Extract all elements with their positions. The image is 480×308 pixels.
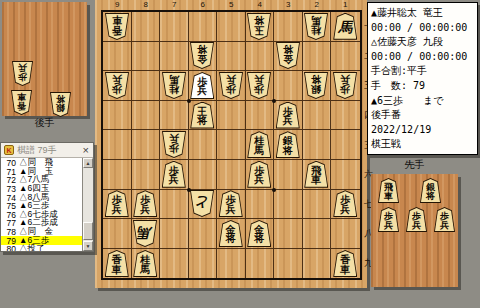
square-1-7[interactable]: 歩兵 (331, 190, 360, 220)
square-1-9[interactable]: 香車 (331, 249, 360, 279)
piece-pawn[interactable]: 歩兵 (276, 102, 300, 129)
piece-face: 桂馬 (248, 132, 270, 157)
square-8-1[interactable] (132, 12, 161, 42)
move-row-80[interactable]: 80△投了 (1, 245, 82, 251)
square-5-4[interactable] (217, 101, 246, 131)
scroll-down-icon[interactable]: ▼ (83, 241, 93, 251)
square-7-3[interactable]: 桂馬 (160, 71, 189, 101)
square-1-8[interactable] (331, 219, 360, 249)
square-7-8[interactable] (160, 219, 189, 249)
piece-face: 香車 (12, 91, 31, 114)
square-7-9[interactable] (160, 249, 189, 279)
piece-face: 歩兵 (334, 73, 356, 98)
piece-pawn[interactable]: 歩兵 (105, 72, 129, 99)
piece-pawn[interactable]: 歩兵 (219, 190, 243, 217)
file-label: 5 (217, 0, 246, 9)
piece-face: 金将 (248, 221, 270, 246)
close-icon[interactable]: × (83, 145, 89, 156)
info-gote-time: 00:00 / 00:00:00 (371, 50, 477, 65)
piece-pawn[interactable]: 歩兵 (105, 190, 129, 217)
piece-face: 桂馬 (305, 14, 327, 39)
square-9-2[interactable] (103, 42, 132, 72)
file-label: 3 (274, 0, 303, 9)
piece-face: 歩兵 (248, 73, 270, 98)
piece-face: 歩兵 (13, 62, 32, 85)
move-list: 70△同 飛71▲同 玉72△7八馬73▲6四玉74△8八馬75▲6三歩76△6… (1, 158, 82, 251)
square-2-4[interactable] (303, 101, 332, 131)
piece-face: 銀将 (305, 73, 327, 98)
piece-face: 銀将 (277, 132, 299, 157)
kifu-title: 棋譜 79手 (17, 144, 80, 157)
piece-silver[interactable]: 銀将 (304, 72, 328, 99)
piece-lance[interactable]: 香車 (11, 90, 32, 115)
piece-face: 金将 (277, 43, 299, 68)
square-4-9[interactable] (246, 249, 275, 279)
piece-face: 歩兵 (163, 132, 185, 157)
piece-face: 歩兵 (163, 162, 185, 187)
piece-face: 歩兵 (191, 73, 213, 98)
info-handicap: 手合割:平手 (371, 64, 477, 79)
square-9-4[interactable] (103, 101, 132, 131)
hoshi-point (187, 188, 191, 192)
piece-pawn[interactable]: 歩兵 (333, 72, 357, 99)
piece-pawn[interactable]: 歩兵 (247, 161, 271, 188)
square-1-2[interactable] (331, 42, 360, 72)
piece-lance[interactable]: 香車 (105, 250, 129, 277)
piece-silver[interactable]: 銀将 (50, 92, 71, 117)
piece-silver[interactable]: 銀将 (420, 178, 441, 203)
piece-lance[interactable]: 香車 (105, 13, 129, 40)
square-4-6[interactable]: 歩兵 (246, 160, 275, 190)
square-4-3[interactable]: 歩兵 (246, 71, 275, 101)
square-5-6[interactable] (217, 160, 246, 190)
square-1-3[interactable]: 歩兵 (331, 71, 360, 101)
square-8-4[interactable] (132, 101, 161, 131)
piece-promoted-bishop[interactable]: 馬 (333, 13, 357, 40)
square-8-5[interactable] (132, 130, 161, 160)
piece-face: 歩兵 (248, 162, 270, 187)
square-6-9[interactable] (189, 249, 218, 279)
square-2-7[interactable] (303, 190, 332, 220)
app-window: { "game": "shogi", "app_title": "棋譜 79手"… (0, 0, 480, 308)
piece-rook[interactable]: 飛車 (378, 178, 399, 203)
info-turn: 後手番 (371, 108, 477, 123)
piece-gold[interactable]: 金将 (219, 220, 243, 247)
piece-face: 香車 (106, 251, 128, 276)
hoshi-point (272, 99, 276, 103)
info-sente-time: 00:00 / 00:00:00 (371, 21, 477, 36)
square-4-2[interactable] (246, 42, 275, 72)
board-grid: 香車玉将桂馬馬金将金将歩兵桂馬歩兵歩兵歩兵銀将歩兵王将歩兵歩兵桂馬銀将歩兵歩兵飛… (101, 10, 362, 280)
square-6-5[interactable] (189, 130, 218, 160)
piece-knight[interactable]: 桂馬 (304, 13, 328, 40)
file-label: 1 (331, 0, 360, 9)
piece-face: 金将 (191, 43, 213, 68)
piece-king[interactable]: 玉将 (247, 13, 271, 40)
piece-face: と (191, 191, 213, 216)
square-5-5[interactable] (217, 130, 246, 160)
piece-promoted-bishop[interactable]: 馬 (133, 220, 157, 247)
square-6-4[interactable]: 王将 (189, 101, 218, 131)
info-gote-player: △佐藤天彦 九段 (371, 35, 477, 50)
piece-face: 銀将 (421, 179, 440, 202)
square-7-4[interactable] (160, 101, 189, 131)
square-9-3[interactable]: 歩兵 (103, 71, 132, 101)
square-6-8[interactable] (189, 219, 218, 249)
piece-gold[interactable]: 金将 (190, 42, 214, 69)
kifu-window: K 棋譜 79手 × 70△同 飛71▲同 玉72△7八馬73▲6四玉74△8八… (0, 142, 94, 252)
square-8-2[interactable] (132, 42, 161, 72)
square-4-8[interactable]: 金将 (246, 219, 275, 249)
square-5-9[interactable] (217, 249, 246, 279)
piece-knight[interactable]: 桂馬 (247, 131, 271, 158)
piece-pawn[interactable]: 歩兵 (406, 207, 427, 232)
square-5-3[interactable]: 歩兵 (217, 71, 246, 101)
piece-face: 歩兵 (106, 191, 128, 216)
info-event: 棋王戦 (371, 137, 477, 152)
piece-face: 歩兵 (277, 103, 299, 128)
piece-face: 歩兵 (334, 191, 356, 216)
square-5-2[interactable] (217, 42, 246, 72)
piece-tokin[interactable]: と (190, 190, 214, 217)
piece-pawn[interactable]: 歩兵 (378, 207, 399, 232)
square-9-7[interactable]: 歩兵 (103, 190, 132, 220)
square-4-7[interactable] (246, 190, 275, 220)
info-sente-player: ▲藤井聡太 竜王 (371, 6, 477, 21)
kifu-app-icon: K (4, 145, 14, 155)
piece-rook[interactable]: 飛車 (304, 161, 328, 188)
square-2-9[interactable] (303, 249, 332, 279)
info-last-move: ▲6三歩 まで (371, 94, 477, 109)
piece-face: 桂馬 (134, 251, 156, 276)
sente-hand-tray: 飛車銀将歩兵歩兵歩兵 (371, 174, 458, 287)
sente-label: 先手 (371, 159, 458, 172)
square-6-7[interactable]: と (189, 190, 218, 220)
square-4-1[interactable]: 玉将 (246, 12, 275, 42)
file-label: 9 (103, 0, 132, 9)
piece-pawn[interactable]: 歩兵 (333, 190, 357, 217)
file-label: 6 (189, 0, 218, 9)
square-5-8[interactable]: 金将 (217, 219, 246, 249)
scrollbar[interactable]: ▲ ▼ (82, 158, 93, 251)
piece-pawn[interactable]: 歩兵 (162, 161, 186, 188)
piece-face: 馬 (134, 221, 156, 246)
hoshi-point (187, 99, 191, 103)
piece-face: 桂馬 (163, 73, 185, 98)
square-9-9[interactable]: 香車 (103, 249, 132, 279)
square-1-4[interactable] (331, 101, 360, 131)
square-1-1[interactable]: 馬 (331, 12, 360, 42)
hoshi-point (272, 188, 276, 192)
square-9-6[interactable] (103, 160, 132, 190)
piece-knight[interactable]: 桂馬 (162, 72, 186, 99)
square-3-1[interactable] (274, 12, 303, 42)
square-8-6[interactable] (132, 160, 161, 190)
square-3-4[interactable]: 歩兵 (274, 101, 303, 131)
square-2-6[interactable]: 飛車 (303, 160, 332, 190)
square-7-2[interactable] (160, 42, 189, 72)
gote-hand-tray: 歩兵香車銀将 (2, 2, 87, 116)
piece-face: 銀将 (51, 93, 70, 116)
square-3-3[interactable] (274, 71, 303, 101)
move-number: 80 (1, 244, 16, 251)
scroll-thumb[interactable] (83, 222, 93, 240)
piece-face: 歩兵 (220, 191, 242, 216)
piece-face: 歩兵 (220, 73, 242, 98)
piece-face: 金将 (220, 221, 242, 246)
piece-pawn[interactable]: 歩兵 (133, 190, 157, 217)
kifu-titlebar[interactable]: K 棋譜 79手 × (1, 143, 93, 158)
piece-face: 飛車 (379, 179, 398, 202)
piece-face: 王将 (191, 103, 213, 128)
piece-face: 馬 (334, 14, 356, 39)
square-9-8[interactable] (103, 219, 132, 249)
square-4-4[interactable] (246, 101, 275, 131)
piece-face: 香車 (334, 251, 356, 276)
square-7-1[interactable] (160, 12, 189, 42)
square-6-3[interactable]: 歩兵 (189, 71, 218, 101)
square-2-3[interactable]: 銀将 (303, 71, 332, 101)
square-8-8[interactable]: 馬 (132, 219, 161, 249)
piece-face: 香車 (106, 14, 128, 39)
square-3-2[interactable]: 金将 (274, 42, 303, 72)
piece-lance[interactable]: 香車 (333, 250, 357, 277)
square-5-1[interactable] (217, 12, 246, 42)
info-move-count: 手 数: 79 (371, 79, 477, 94)
file-label: 8 (132, 0, 161, 9)
square-6-1[interactable] (189, 12, 218, 42)
piece-face: 歩兵 (407, 208, 426, 231)
square-7-7[interactable] (160, 190, 189, 220)
piece-knight[interactable]: 桂馬 (133, 250, 157, 277)
info-date: 2022/12/19 (371, 123, 477, 138)
square-8-9[interactable]: 桂馬 (132, 249, 161, 279)
scroll-up-icon[interactable]: ▲ (83, 158, 93, 168)
square-9-5[interactable] (103, 130, 132, 160)
gote-label: 後手 (2, 117, 87, 129)
square-2-5[interactable] (303, 130, 332, 160)
piece-pawn[interactable]: 歩兵 (247, 72, 271, 99)
piece-face: 歩兵 (134, 191, 156, 216)
piece-face: 歩兵 (106, 73, 128, 98)
square-7-5[interactable]: 歩兵 (160, 130, 189, 160)
piece-pawn[interactable]: 歩兵 (219, 72, 243, 99)
file-label: 2 (303, 0, 332, 9)
square-9-1[interactable]: 香車 (103, 12, 132, 42)
square-3-9[interactable] (274, 249, 303, 279)
piece-face: 玉将 (248, 14, 270, 39)
square-8-3[interactable] (132, 71, 161, 101)
piece-pawn[interactable]: 歩兵 (190, 72, 214, 99)
square-6-6[interactable] (189, 160, 218, 190)
square-3-7[interactable] (274, 190, 303, 220)
piece-silver[interactable]: 銀将 (276, 131, 300, 158)
square-2-8[interactable] (303, 219, 332, 249)
file-coordinates: 987654321 (103, 0, 360, 9)
board-panel: 987654321 一二三四五六七八九 香車玉将桂馬馬金将金将歩兵桂馬歩兵歩兵歩… (95, 0, 367, 288)
square-2-1[interactable]: 桂馬 (303, 12, 332, 42)
square-3-8[interactable] (274, 219, 303, 249)
square-6-2[interactable]: 金将 (189, 42, 218, 72)
piece-pawn[interactable]: 歩兵 (12, 61, 33, 86)
piece-face: 飛車 (305, 162, 327, 187)
file-label: 7 (160, 0, 189, 9)
piece-pawn[interactable]: 歩兵 (162, 131, 186, 158)
game-info-panel: ▲藤井聡太 竜王00:00 / 00:00:00△佐藤天彦 九段00:00 / … (367, 2, 478, 155)
piece-face: 歩兵 (379, 208, 398, 231)
piece-pawn[interactable]: 歩兵 (434, 207, 455, 232)
square-7-6[interactable]: 歩兵 (160, 160, 189, 190)
square-1-5[interactable] (331, 130, 360, 160)
square-4-5[interactable]: 桂馬 (246, 130, 275, 160)
file-label: 4 (246, 0, 275, 9)
square-3-6[interactable] (274, 160, 303, 190)
square-2-2[interactable] (303, 42, 332, 72)
square-1-6[interactable] (331, 160, 360, 190)
move-text: △投了 (19, 243, 45, 251)
piece-face: 歩兵 (435, 208, 454, 231)
square-3-5[interactable]: 銀将 (274, 130, 303, 160)
piece-gold[interactable]: 金将 (247, 220, 271, 247)
piece-king[interactable]: 王将 (190, 102, 214, 129)
square-5-7[interactable]: 歩兵 (217, 190, 246, 220)
square-8-7[interactable]: 歩兵 (132, 190, 161, 220)
piece-gold[interactable]: 金将 (276, 42, 300, 69)
